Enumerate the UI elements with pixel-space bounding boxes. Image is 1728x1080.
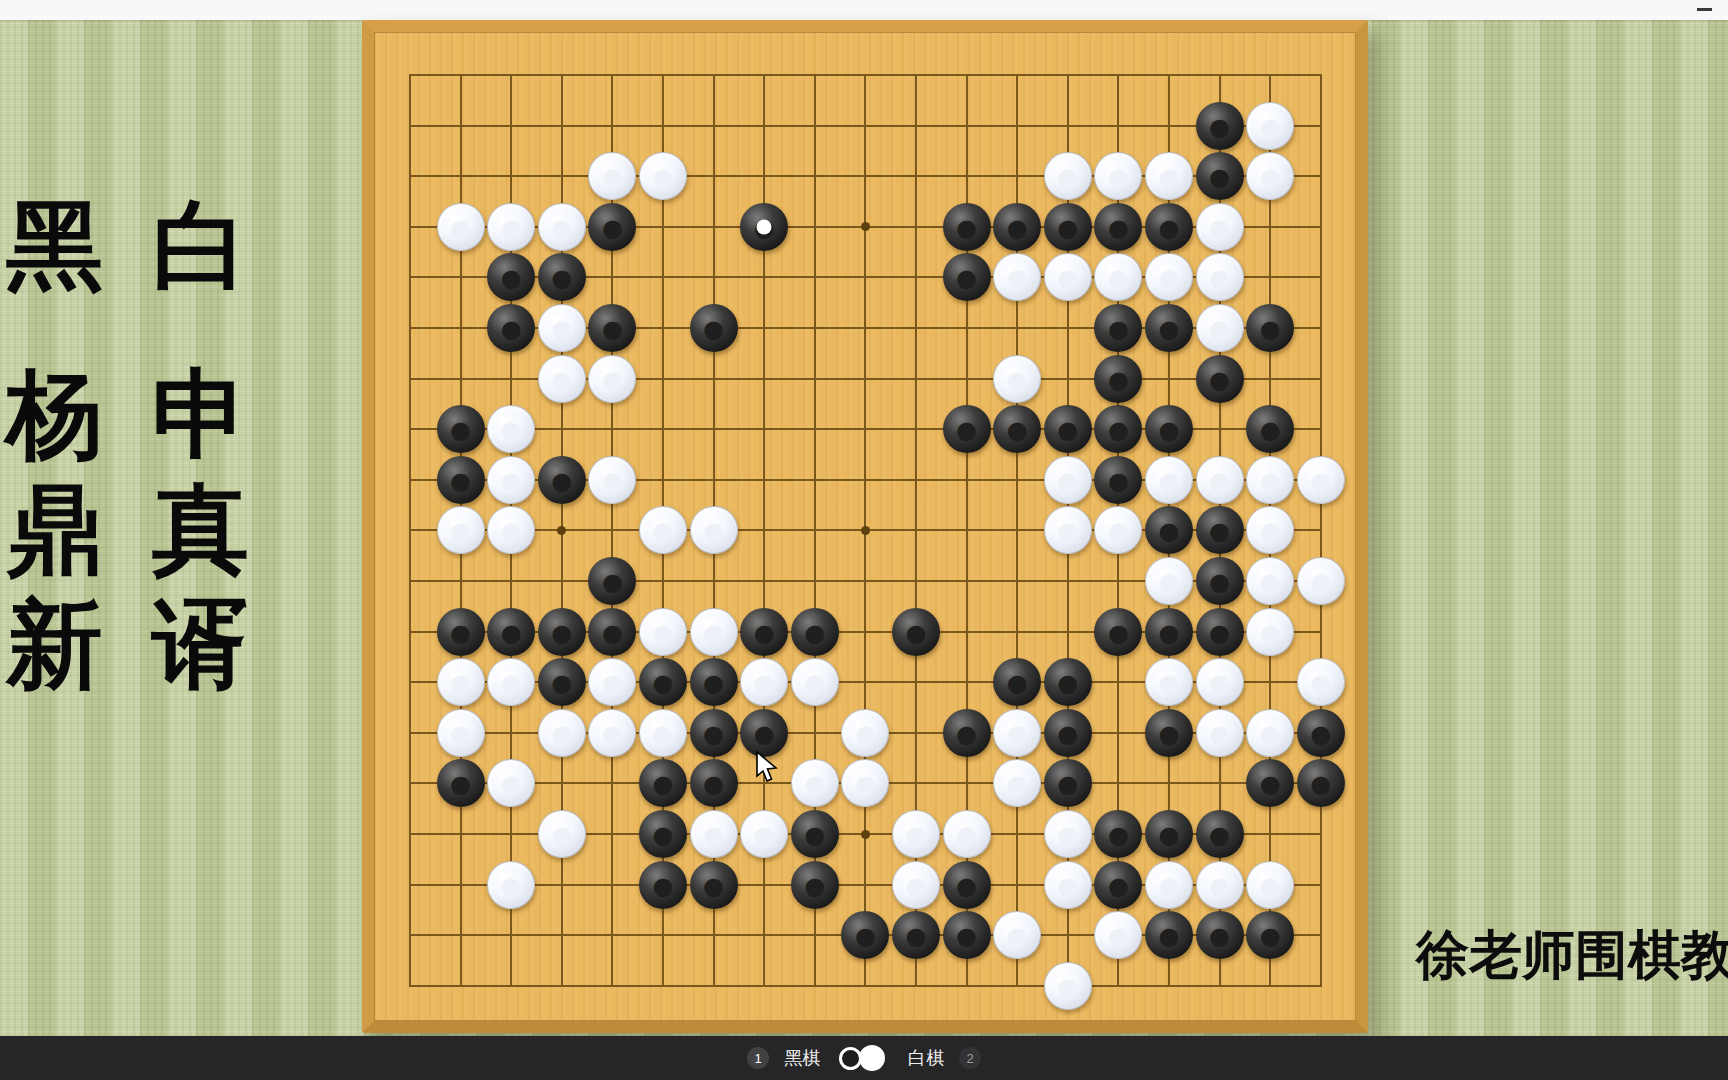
white-stone: ● <box>487 203 535 251</box>
black-stone: ● <box>1145 304 1193 352</box>
black-stone: ● <box>1044 709 1092 757</box>
black-stone: ● <box>943 203 991 251</box>
black-stone: ● <box>1094 355 1142 403</box>
player-char: 鼎 <box>6 481 103 578</box>
watermark-text: 徐老师围棋教室 <box>1416 920 1728 992</box>
black-stone: ● <box>1044 405 1092 453</box>
white-stone: ● <box>1246 709 1294 757</box>
black-stone: ● <box>1094 810 1142 858</box>
white-stone: ● <box>588 456 636 504</box>
black-stone: ● <box>791 810 839 858</box>
white-stone: ● <box>588 152 636 200</box>
white-stone: ● <box>993 355 1041 403</box>
white-stone: ● <box>1196 709 1244 757</box>
black-stone: ● <box>993 405 1041 453</box>
black-stone: ● <box>1196 355 1244 403</box>
white-stone: ● <box>538 810 586 858</box>
white-stone: ● <box>588 355 636 403</box>
black-stone: ● <box>1196 152 1244 200</box>
white-stone: ● <box>1044 506 1092 554</box>
white-stone: ● <box>690 506 738 554</box>
black-stone: ● <box>1196 810 1244 858</box>
black-stone: ● <box>639 810 687 858</box>
black-stone: ● <box>538 253 586 301</box>
player-char: 新 <box>6 596 103 693</box>
black-stone: ● <box>690 861 738 909</box>
black-stone: ● <box>538 608 586 656</box>
white-player-column: 白申真谞 <box>152 197 249 711</box>
black-stone: ● <box>791 608 839 656</box>
white-stone: ● <box>1044 152 1092 200</box>
white-stone: ● <box>690 810 738 858</box>
black-stone: ● <box>639 658 687 706</box>
black-stone: ● <box>1297 709 1345 757</box>
white-stone: ● <box>538 709 586 757</box>
black-stone: ● <box>1246 911 1294 959</box>
black-stone: ● <box>943 709 991 757</box>
white-stone: ● <box>1196 304 1244 352</box>
go-board[interactable]: ●●●●●●●●●●●●●●●●●●●●●●●●●●●●●●●●●●●●●●●●… <box>362 20 1368 1033</box>
white-stone: ● <box>639 608 687 656</box>
black-stone: ● <box>1246 759 1294 807</box>
black-stone: ● <box>639 861 687 909</box>
white-stone: ● <box>1145 658 1193 706</box>
black-stone: ● <box>943 911 991 959</box>
black-stone: ● <box>1044 203 1092 251</box>
white-stone: ● <box>487 506 535 554</box>
white-stone: ● <box>639 152 687 200</box>
white-stone: ● <box>1094 506 1142 554</box>
white-stone: ● <box>1297 658 1345 706</box>
black-stone: ● <box>1196 102 1244 150</box>
last-move-marker <box>757 219 772 234</box>
white-stone: ● <box>487 861 535 909</box>
black-stone: ● <box>437 608 485 656</box>
black-stone: ● <box>1145 506 1193 554</box>
white-stone: ● <box>791 759 839 807</box>
white-stone: ● <box>437 709 485 757</box>
player-char: 杨 <box>6 366 103 463</box>
black-stone: ● <box>487 608 535 656</box>
black-stone: ● <box>791 861 839 909</box>
black-stone: ● <box>943 405 991 453</box>
white-stone: ● <box>437 658 485 706</box>
black-stone: ● <box>690 709 738 757</box>
white-stone: ● <box>1246 456 1294 504</box>
white-stone: ● <box>1044 253 1092 301</box>
black-stone: ● <box>1196 608 1244 656</box>
stone-color-toggle[interactable] <box>839 1044 889 1072</box>
black-stones-label: 黑棋 <box>784 1046 820 1070</box>
black-stone: ● <box>690 304 738 352</box>
black-stone: ● <box>538 658 586 706</box>
white-stone: ● <box>487 405 535 453</box>
black-stone: ● <box>1145 203 1193 251</box>
white-stone: ● <box>639 709 687 757</box>
white-count-badge: 2 <box>959 1047 981 1069</box>
black-player-column: 黑杨鼎新 <box>6 197 103 711</box>
black-stone: ● <box>690 658 738 706</box>
white-stone: ● <box>437 506 485 554</box>
black-stone: ● <box>639 759 687 807</box>
player-char: 申 <box>152 366 249 463</box>
player-info-panel: 黑杨鼎新 白申真谞 <box>0 0 360 1080</box>
star-point <box>861 830 870 839</box>
black-stone: ● <box>487 304 535 352</box>
black-stone: ● <box>588 557 636 605</box>
white-stone: ● <box>943 810 991 858</box>
white-stone: ● <box>791 658 839 706</box>
white-stone: ● <box>1044 810 1092 858</box>
black-stone: ● <box>1297 759 1345 807</box>
white-stone: ● <box>740 658 788 706</box>
minimize-icon[interactable] <box>1697 8 1712 11</box>
black-stone: ● <box>943 253 991 301</box>
player-char: 白 <box>152 197 249 294</box>
white-stone: ● <box>1196 861 1244 909</box>
white-stone: ● <box>437 203 485 251</box>
black-stone: ● <box>1094 405 1142 453</box>
black-stone: ● <box>1246 405 1294 453</box>
white-stone: ● <box>487 759 535 807</box>
black-stone: ● <box>1196 911 1244 959</box>
black-stone: ● <box>1044 759 1092 807</box>
black-stone: ● <box>892 911 940 959</box>
black-stone: ● <box>437 759 485 807</box>
black-stone: ● <box>487 253 535 301</box>
black-stone: ● <box>1145 911 1193 959</box>
black-stone: ● <box>892 608 940 656</box>
white-stone: ● <box>487 456 535 504</box>
white-stone: ● <box>588 709 636 757</box>
white-stone: ● <box>841 759 889 807</box>
player-char: 真 <box>152 481 249 578</box>
grid-line-h <box>409 985 1322 987</box>
black-stone: ● <box>437 405 485 453</box>
white-stone: ● <box>993 253 1041 301</box>
black-stone: ● <box>1196 557 1244 605</box>
white-stone: ● <box>841 709 889 757</box>
white-stone: ● <box>1196 203 1244 251</box>
white-stone: ● <box>1246 557 1294 605</box>
star-point <box>861 222 870 231</box>
black-count-badge: 1 <box>747 1047 769 1069</box>
white-stone: ● <box>892 810 940 858</box>
white-stone: ● <box>1246 102 1294 150</box>
black-stone: ● <box>1145 405 1193 453</box>
white-stone: ● <box>892 861 940 909</box>
white-stone: ● <box>538 355 586 403</box>
black-stone: ● <box>690 759 738 807</box>
black-stone: ● <box>1246 304 1294 352</box>
white-stone: ● <box>993 911 1041 959</box>
black-stone: ● <box>740 608 788 656</box>
white-stone: ● <box>1094 911 1142 959</box>
white-stones-label: 白棋 <box>908 1046 944 1070</box>
white-stone: ● <box>1196 658 1244 706</box>
go-grid: ●●●●●●●●●●●●●●●●●●●●●●●●●●●●●●●●●●●●●●●●… <box>409 74 1320 985</box>
black-stone: ● <box>1094 304 1142 352</box>
white-stone: ● <box>1196 456 1244 504</box>
white-stone: ● <box>1246 152 1294 200</box>
white-stone: ● <box>1145 861 1193 909</box>
white-stone: ● <box>639 506 687 554</box>
black-stone: ● <box>1145 608 1193 656</box>
white-stone: ● <box>538 203 586 251</box>
black-stone: ● <box>1145 709 1193 757</box>
white-stone: ● <box>1145 152 1193 200</box>
white-stone: ● <box>588 658 636 706</box>
black-stone: ● <box>841 911 889 959</box>
star-point <box>861 526 870 535</box>
white-stone: ● <box>993 709 1041 757</box>
player-char: 黑 <box>6 197 103 294</box>
black-stone: ● <box>740 709 788 757</box>
black-stone: ● <box>437 456 485 504</box>
black-stone: ● <box>1094 608 1142 656</box>
black-stone: ● <box>740 203 788 251</box>
black-stone: ● <box>1094 456 1142 504</box>
white-stone: ● <box>1094 152 1142 200</box>
black-stone: ● <box>943 861 991 909</box>
white-stone: ● <box>1145 557 1193 605</box>
white-stone: ● <box>1196 253 1244 301</box>
white-stone: ● <box>1094 253 1142 301</box>
star-point <box>557 526 566 535</box>
black-stone: ● <box>1196 506 1244 554</box>
white-stone: ● <box>487 658 535 706</box>
white-stone: ● <box>1044 962 1092 1010</box>
white-stone: ● <box>1044 861 1092 909</box>
black-stone: ● <box>993 658 1041 706</box>
bottom-toolbar: 1 黑棋 白棋 2 <box>0 1036 1728 1080</box>
black-stone: ● <box>588 608 636 656</box>
white-stone: ● <box>1297 456 1345 504</box>
white-stone: ● <box>538 304 586 352</box>
white-stone: ● <box>1246 608 1294 656</box>
black-stone: ● <box>538 456 586 504</box>
black-stone: ● <box>1145 810 1193 858</box>
black-stone: ● <box>588 304 636 352</box>
black-stone: ● <box>1044 658 1092 706</box>
white-stone: ● <box>1246 861 1294 909</box>
grid-line-v <box>1320 74 1322 987</box>
white-stone: ● <box>1246 506 1294 554</box>
white-stone: ● <box>1145 253 1193 301</box>
player-char: 谞 <box>152 596 249 693</box>
white-stone: ● <box>993 759 1041 807</box>
white-stone: ● <box>690 608 738 656</box>
white-stone: ● <box>1297 557 1345 605</box>
white-stone: ● <box>740 810 788 858</box>
white-stone: ● <box>1044 456 1092 504</box>
toggle-white-knob-icon <box>859 1045 885 1071</box>
black-stone: ● <box>588 203 636 251</box>
black-stone: ● <box>1094 203 1142 251</box>
black-stone: ● <box>1094 861 1142 909</box>
white-stone: ● <box>1145 456 1193 504</box>
black-stone: ● <box>993 203 1041 251</box>
